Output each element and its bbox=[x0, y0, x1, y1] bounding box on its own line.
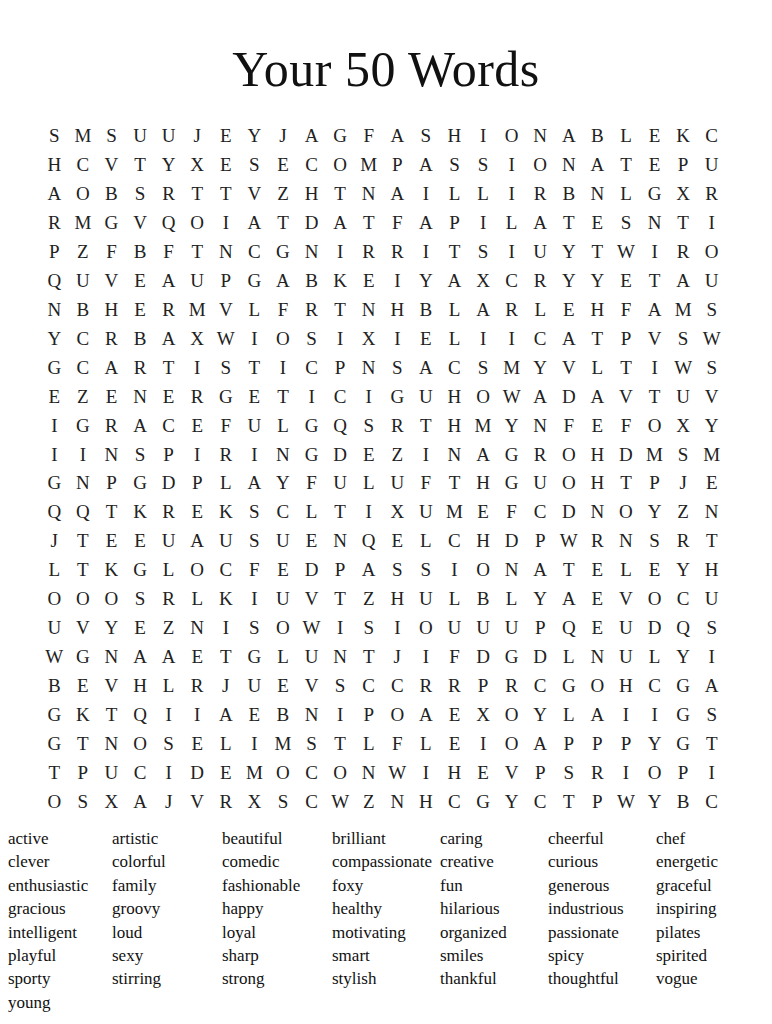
grid-cell-r22c12[interactable]: L bbox=[354, 729, 383, 758]
grid-cell-r15c21[interactable]: N bbox=[612, 527, 641, 556]
grid-cell-r20c19[interactable]: G bbox=[555, 671, 584, 700]
grid-cell-r23c7[interactable]: E bbox=[212, 758, 241, 787]
grid-cell-r3c2[interactable]: O bbox=[69, 180, 98, 209]
grid-cell-r13c4[interactable]: G bbox=[126, 469, 155, 498]
grid-cell-r16c13[interactable]: S bbox=[383, 556, 412, 585]
grid-cell-r18c7[interactable]: I bbox=[212, 614, 241, 643]
grid-cell-r4c7[interactable]: I bbox=[212, 209, 241, 238]
grid-cell-r4c15[interactable]: P bbox=[440, 209, 469, 238]
grid-cell-r2c10[interactable]: C bbox=[297, 151, 326, 180]
grid-cell-r8c12[interactable]: X bbox=[354, 324, 383, 353]
grid-cell-r24c19[interactable]: T bbox=[555, 787, 584, 816]
grid-cell-r15c12[interactable]: Q bbox=[354, 527, 383, 556]
grid-cell-r1c5[interactable]: U bbox=[154, 122, 183, 151]
grid-cell-r7c16[interactable]: A bbox=[469, 295, 498, 324]
grid-cell-r24c17[interactable]: Y bbox=[497, 787, 526, 816]
grid-cell-r13c9[interactable]: Y bbox=[269, 469, 298, 498]
grid-cell-r16c23[interactable]: Y bbox=[669, 556, 698, 585]
grid-cell-r4c8[interactable]: A bbox=[240, 209, 269, 238]
grid-cell-r22c6[interactable]: E bbox=[183, 729, 212, 758]
grid-cell-r19c22[interactable]: L bbox=[640, 642, 669, 671]
grid-cell-r13c8[interactable]: A bbox=[240, 469, 269, 498]
grid-cell-r2c8[interactable]: S bbox=[240, 151, 269, 180]
grid-cell-r12c19[interactable]: O bbox=[555, 440, 584, 469]
grid-cell-r23c6[interactable]: D bbox=[183, 758, 212, 787]
grid-cell-r14c12[interactable]: I bbox=[354, 498, 383, 527]
grid-cell-r21c16[interactable]: X bbox=[469, 700, 498, 729]
grid-cell-r12c17[interactable]: G bbox=[497, 440, 526, 469]
grid-cell-r5c6[interactable]: T bbox=[183, 238, 212, 267]
grid-cell-r14c20[interactable]: N bbox=[583, 498, 612, 527]
grid-cell-r7c4[interactable]: E bbox=[126, 295, 155, 324]
grid-cell-r22c11[interactable]: T bbox=[326, 729, 355, 758]
grid-cell-r10c3[interactable]: E bbox=[97, 382, 126, 411]
grid-cell-r11c4[interactable]: A bbox=[126, 411, 155, 440]
grid-cell-r21c12[interactable]: P bbox=[354, 700, 383, 729]
grid-cell-r23c8[interactable]: M bbox=[240, 758, 269, 787]
grid-cell-r16c18[interactable]: A bbox=[526, 556, 555, 585]
grid-cell-r9c20[interactable]: L bbox=[583, 353, 612, 382]
grid-cell-r1c1[interactable]: S bbox=[40, 122, 69, 151]
grid-cell-r22c5[interactable]: S bbox=[154, 729, 183, 758]
grid-cell-r2c15[interactable]: S bbox=[440, 151, 469, 180]
grid-cell-r6c2[interactable]: U bbox=[69, 267, 98, 296]
grid-cell-r19c15[interactable]: F bbox=[440, 642, 469, 671]
grid-cell-r11c6[interactable]: E bbox=[183, 411, 212, 440]
grid-cell-r20c20[interactable]: O bbox=[583, 671, 612, 700]
grid-cell-r12c9[interactable]: N bbox=[269, 440, 298, 469]
grid-cell-r10c19[interactable]: D bbox=[555, 382, 584, 411]
grid-cell-r13c15[interactable]: T bbox=[440, 469, 469, 498]
grid-cell-r20c17[interactable]: R bbox=[497, 671, 526, 700]
grid-cell-r13c11[interactable]: U bbox=[326, 469, 355, 498]
grid-cell-r17c24[interactable]: U bbox=[697, 585, 726, 614]
grid-cell-r15c23[interactable]: R bbox=[669, 527, 698, 556]
grid-cell-r1c15[interactable]: H bbox=[440, 122, 469, 151]
grid-cell-r20c4[interactable]: H bbox=[126, 671, 155, 700]
grid-cell-r21c9[interactable]: B bbox=[269, 700, 298, 729]
grid-cell-r14c10[interactable]: L bbox=[297, 498, 326, 527]
grid-cell-r9c14[interactable]: A bbox=[412, 353, 441, 382]
grid-cell-r14c21[interactable]: O bbox=[612, 498, 641, 527]
grid-cell-r4c19[interactable]: T bbox=[555, 209, 584, 238]
grid-cell-r11c11[interactable]: Q bbox=[326, 411, 355, 440]
grid-cell-r16c17[interactable]: N bbox=[497, 556, 526, 585]
grid-cell-r24c24[interactable]: C bbox=[697, 787, 726, 816]
grid-cell-r22c23[interactable]: G bbox=[669, 729, 698, 758]
grid-cell-r16c15[interactable]: I bbox=[440, 556, 469, 585]
grid-cell-r14c8[interactable]: S bbox=[240, 498, 269, 527]
grid-cell-r19c17[interactable]: G bbox=[497, 642, 526, 671]
grid-cell-r14c14[interactable]: U bbox=[412, 498, 441, 527]
grid-cell-r12c8[interactable]: I bbox=[240, 440, 269, 469]
grid-cell-r6c4[interactable]: E bbox=[126, 267, 155, 296]
grid-cell-r5c22[interactable]: I bbox=[640, 238, 669, 267]
grid-cell-r17c3[interactable]: O bbox=[97, 585, 126, 614]
grid-cell-r9c16[interactable]: S bbox=[469, 353, 498, 382]
grid-cell-r12c13[interactable]: Z bbox=[383, 440, 412, 469]
grid-cell-r17c6[interactable]: L bbox=[183, 585, 212, 614]
grid-cell-r10c2[interactable]: Z bbox=[69, 382, 98, 411]
grid-cell-r20c6[interactable]: R bbox=[183, 671, 212, 700]
grid-cell-r3c4[interactable]: S bbox=[126, 180, 155, 209]
grid-cell-r5c17[interactable]: I bbox=[497, 238, 526, 267]
grid-cell-r23c17[interactable]: V bbox=[497, 758, 526, 787]
grid-cell-r22c20[interactable]: P bbox=[583, 729, 612, 758]
grid-cell-r12c20[interactable]: H bbox=[583, 440, 612, 469]
grid-cell-r20c9[interactable]: E bbox=[269, 671, 298, 700]
grid-cell-r6c16[interactable]: X bbox=[469, 267, 498, 296]
grid-cell-r4c14[interactable]: A bbox=[412, 209, 441, 238]
grid-cell-r21c15[interactable]: E bbox=[440, 700, 469, 729]
grid-cell-r8c3[interactable]: R bbox=[97, 324, 126, 353]
grid-cell-r1c2[interactable]: M bbox=[69, 122, 98, 151]
grid-cell-r16c6[interactable]: O bbox=[183, 556, 212, 585]
grid-cell-r21c17[interactable]: O bbox=[497, 700, 526, 729]
grid-cell-r17c22[interactable]: O bbox=[640, 585, 669, 614]
grid-cell-r8c23[interactable]: S bbox=[669, 324, 698, 353]
grid-cell-r13c6[interactable]: P bbox=[183, 469, 212, 498]
grid-cell-r18c4[interactable]: E bbox=[126, 614, 155, 643]
grid-cell-r2c5[interactable]: Y bbox=[154, 151, 183, 180]
grid-cell-r12c5[interactable]: P bbox=[154, 440, 183, 469]
grid-cell-r17c11[interactable]: T bbox=[326, 585, 355, 614]
grid-cell-r8c13[interactable]: I bbox=[383, 324, 412, 353]
grid-cell-r6c14[interactable]: Y bbox=[412, 267, 441, 296]
grid-cell-r8c6[interactable]: X bbox=[183, 324, 212, 353]
grid-cell-r2c11[interactable]: O bbox=[326, 151, 355, 180]
grid-cell-r4c24[interactable]: I bbox=[697, 209, 726, 238]
grid-cell-r20c15[interactable]: R bbox=[440, 671, 469, 700]
grid-cell-r19c14[interactable]: I bbox=[412, 642, 441, 671]
grid-cell-r18c3[interactable]: Y bbox=[97, 614, 126, 643]
grid-cell-r22c7[interactable]: L bbox=[212, 729, 241, 758]
grid-cell-r1c21[interactable]: L bbox=[612, 122, 641, 151]
grid-cell-r3c22[interactable]: G bbox=[640, 180, 669, 209]
grid-cell-r19c23[interactable]: Y bbox=[669, 642, 698, 671]
grid-cell-r17c23[interactable]: C bbox=[669, 585, 698, 614]
grid-cell-r23c22[interactable]: O bbox=[640, 758, 669, 787]
grid-cell-r22c18[interactable]: A bbox=[526, 729, 555, 758]
grid-cell-r5c11[interactable]: I bbox=[326, 238, 355, 267]
grid-cell-r8c14[interactable]: E bbox=[412, 324, 441, 353]
grid-cell-r16c9[interactable]: E bbox=[269, 556, 298, 585]
grid-cell-r20c22[interactable]: C bbox=[640, 671, 669, 700]
grid-cell-r14c7[interactable]: K bbox=[212, 498, 241, 527]
grid-cell-r11c18[interactable]: N bbox=[526, 411, 555, 440]
grid-cell-r9c22[interactable]: I bbox=[640, 353, 669, 382]
grid-cell-r5c23[interactable]: R bbox=[669, 238, 698, 267]
grid-cell-r5c21[interactable]: W bbox=[612, 238, 641, 267]
grid-cell-r9c10[interactable]: C bbox=[297, 353, 326, 382]
grid-cell-r16c12[interactable]: A bbox=[354, 556, 383, 585]
grid-cell-r22c8[interactable]: I bbox=[240, 729, 269, 758]
grid-cell-r4c11[interactable]: A bbox=[326, 209, 355, 238]
grid-cell-r13c10[interactable]: F bbox=[297, 469, 326, 498]
grid-cell-r2c13[interactable]: P bbox=[383, 151, 412, 180]
grid-cell-r11c5[interactable]: C bbox=[154, 411, 183, 440]
grid-cell-r24c23[interactable]: B bbox=[669, 787, 698, 816]
grid-cell-r5c14[interactable]: I bbox=[412, 238, 441, 267]
grid-cell-r19c11[interactable]: N bbox=[326, 642, 355, 671]
grid-cell-r24c22[interactable]: Y bbox=[640, 787, 669, 816]
grid-cell-r18c1[interactable]: U bbox=[40, 614, 69, 643]
grid-cell-r1c7[interactable]: E bbox=[212, 122, 241, 151]
grid-cell-r17c2[interactable]: O bbox=[69, 585, 98, 614]
grid-cell-r10c17[interactable]: W bbox=[497, 382, 526, 411]
grid-cell-r17c17[interactable]: L bbox=[497, 585, 526, 614]
grid-cell-r7c10[interactable]: R bbox=[297, 295, 326, 324]
grid-cell-r13c20[interactable]: H bbox=[583, 469, 612, 498]
grid-cell-r15c24[interactable]: T bbox=[697, 527, 726, 556]
grid-cell-r16c16[interactable]: O bbox=[469, 556, 498, 585]
grid-cell-r19c18[interactable]: D bbox=[526, 642, 555, 671]
grid-cell-r5c24[interactable]: O bbox=[697, 238, 726, 267]
grid-cell-r22c3[interactable]: N bbox=[97, 729, 126, 758]
grid-cell-r12c6[interactable]: I bbox=[183, 440, 212, 469]
grid-cell-r2c20[interactable]: A bbox=[583, 151, 612, 180]
grid-cell-r3c8[interactable]: V bbox=[240, 180, 269, 209]
grid-cell-r16c4[interactable]: G bbox=[126, 556, 155, 585]
grid-cell-r18c22[interactable]: D bbox=[640, 614, 669, 643]
grid-cell-r21c21[interactable]: I bbox=[612, 700, 641, 729]
grid-cell-r22c9[interactable]: M bbox=[269, 729, 298, 758]
grid-cell-r4c21[interactable]: S bbox=[612, 209, 641, 238]
grid-cell-r19c13[interactable]: J bbox=[383, 642, 412, 671]
grid-cell-r7c6[interactable]: M bbox=[183, 295, 212, 324]
grid-cell-r7c9[interactable]: F bbox=[269, 295, 298, 324]
grid-cell-r17c8[interactable]: I bbox=[240, 585, 269, 614]
grid-cell-r6c22[interactable]: T bbox=[640, 267, 669, 296]
grid-cell-r22c14[interactable]: L bbox=[412, 729, 441, 758]
grid-cell-r9c7[interactable]: S bbox=[212, 353, 241, 382]
grid-cell-r17c21[interactable]: V bbox=[612, 585, 641, 614]
grid-cell-r22c2[interactable]: T bbox=[69, 729, 98, 758]
grid-cell-r5c15[interactable]: T bbox=[440, 238, 469, 267]
grid-cell-r3c21[interactable]: L bbox=[612, 180, 641, 209]
grid-cell-r23c11[interactable]: O bbox=[326, 758, 355, 787]
grid-cell-r2c1[interactable]: H bbox=[40, 151, 69, 180]
grid-cell-r20c2[interactable]: E bbox=[69, 671, 98, 700]
grid-cell-r4c3[interactable]: G bbox=[97, 209, 126, 238]
grid-cell-r2c14[interactable]: A bbox=[412, 151, 441, 180]
grid-cell-r13c13[interactable]: U bbox=[383, 469, 412, 498]
grid-cell-r23c14[interactable]: I bbox=[412, 758, 441, 787]
grid-cell-r24c16[interactable]: G bbox=[469, 787, 498, 816]
grid-cell-r10c12[interactable]: I bbox=[354, 382, 383, 411]
grid-cell-r10c13[interactable]: G bbox=[383, 382, 412, 411]
grid-cell-r17c9[interactable]: U bbox=[269, 585, 298, 614]
grid-cell-r18c21[interactable]: U bbox=[612, 614, 641, 643]
grid-cell-r19c2[interactable]: G bbox=[69, 642, 98, 671]
grid-cell-r21c2[interactable]: K bbox=[69, 700, 98, 729]
grid-cell-r5c8[interactable]: C bbox=[240, 238, 269, 267]
grid-cell-r1c14[interactable]: S bbox=[412, 122, 441, 151]
grid-cell-r23c2[interactable]: P bbox=[69, 758, 98, 787]
grid-cell-r24c7[interactable]: R bbox=[212, 787, 241, 816]
grid-cell-r15c4[interactable]: E bbox=[126, 527, 155, 556]
grid-cell-r2c21[interactable]: T bbox=[612, 151, 641, 180]
grid-cell-r6c3[interactable]: V bbox=[97, 267, 126, 296]
grid-cell-r5c7[interactable]: N bbox=[212, 238, 241, 267]
grid-cell-r5c20[interactable]: T bbox=[583, 238, 612, 267]
grid-cell-r9c1[interactable]: G bbox=[40, 353, 69, 382]
grid-cell-r13c12[interactable]: L bbox=[354, 469, 383, 498]
grid-cell-r13c19[interactable]: O bbox=[555, 469, 584, 498]
grid-cell-r3c12[interactable]: N bbox=[354, 180, 383, 209]
grid-cell-r16c20[interactable]: E bbox=[583, 556, 612, 585]
grid-cell-r9c5[interactable]: T bbox=[154, 353, 183, 382]
grid-cell-r10c24[interactable]: V bbox=[697, 382, 726, 411]
grid-cell-r22c16[interactable]: I bbox=[469, 729, 498, 758]
grid-cell-r17c12[interactable]: Z bbox=[354, 585, 383, 614]
grid-cell-r6c10[interactable]: B bbox=[297, 267, 326, 296]
grid-cell-r12c23[interactable]: S bbox=[669, 440, 698, 469]
grid-cell-r15c17[interactable]: D bbox=[497, 527, 526, 556]
grid-cell-r17c15[interactable]: L bbox=[440, 585, 469, 614]
grid-cell-r7c19[interactable]: E bbox=[555, 295, 584, 324]
grid-cell-r20c7[interactable]: J bbox=[212, 671, 241, 700]
grid-cell-r15c5[interactable]: U bbox=[154, 527, 183, 556]
grid-cell-r23c13[interactable]: W bbox=[383, 758, 412, 787]
grid-cell-r16c21[interactable]: L bbox=[612, 556, 641, 585]
grid-cell-r7c8[interactable]: L bbox=[240, 295, 269, 324]
grid-cell-r16c8[interactable]: F bbox=[240, 556, 269, 585]
grid-cell-r14c9[interactable]: C bbox=[269, 498, 298, 527]
grid-cell-r16c24[interactable]: H bbox=[697, 556, 726, 585]
grid-cell-r12c10[interactable]: G bbox=[297, 440, 326, 469]
grid-cell-r5c16[interactable]: S bbox=[469, 238, 498, 267]
grid-cell-r2c7[interactable]: E bbox=[212, 151, 241, 180]
grid-cell-r8c20[interactable]: T bbox=[583, 324, 612, 353]
grid-cell-r14c4[interactable]: K bbox=[126, 498, 155, 527]
grid-cell-r9c13[interactable]: S bbox=[383, 353, 412, 382]
grid-cell-r1c23[interactable]: K bbox=[669, 122, 698, 151]
grid-cell-r21c5[interactable]: I bbox=[154, 700, 183, 729]
grid-cell-r24c8[interactable]: X bbox=[240, 787, 269, 816]
grid-cell-r10c14[interactable]: U bbox=[412, 382, 441, 411]
grid-cell-r16c1[interactable]: L bbox=[40, 556, 69, 585]
grid-cell-r12c2[interactable]: I bbox=[69, 440, 98, 469]
grid-cell-r10c22[interactable]: T bbox=[640, 382, 669, 411]
grid-cell-r18c17[interactable]: U bbox=[497, 614, 526, 643]
grid-cell-r19c5[interactable]: A bbox=[154, 642, 183, 671]
grid-cell-r22c24[interactable]: T bbox=[697, 729, 726, 758]
grid-cell-r13c17[interactable]: G bbox=[497, 469, 526, 498]
grid-cell-r6c7[interactable]: P bbox=[212, 267, 241, 296]
grid-cell-r15c14[interactable]: L bbox=[412, 527, 441, 556]
grid-cell-r16c22[interactable]: E bbox=[640, 556, 669, 585]
grid-cell-r23c9[interactable]: O bbox=[269, 758, 298, 787]
grid-cell-r21c13[interactable]: O bbox=[383, 700, 412, 729]
grid-cell-r4c17[interactable]: L bbox=[497, 209, 526, 238]
grid-cell-r14c3[interactable]: T bbox=[97, 498, 126, 527]
grid-cell-r23c16[interactable]: E bbox=[469, 758, 498, 787]
grid-cell-r6c9[interactable]: A bbox=[269, 267, 298, 296]
grid-cell-r1c18[interactable]: N bbox=[526, 122, 555, 151]
grid-cell-r24c3[interactable]: X bbox=[97, 787, 126, 816]
grid-cell-r15c3[interactable]: E bbox=[97, 527, 126, 556]
grid-cell-r11c19[interactable]: F bbox=[555, 411, 584, 440]
grid-cell-r6c5[interactable]: A bbox=[154, 267, 183, 296]
grid-cell-r8c24[interactable]: W bbox=[697, 324, 726, 353]
grid-cell-r9c4[interactable]: R bbox=[126, 353, 155, 382]
grid-cell-r19c4[interactable]: A bbox=[126, 642, 155, 671]
grid-cell-r20c14[interactable]: R bbox=[412, 671, 441, 700]
grid-cell-r3c19[interactable]: B bbox=[555, 180, 584, 209]
grid-cell-r18c5[interactable]: Z bbox=[154, 614, 183, 643]
grid-cell-r3c5[interactable]: R bbox=[154, 180, 183, 209]
grid-cell-r1c6[interactable]: J bbox=[183, 122, 212, 151]
grid-cell-r10c1[interactable]: E bbox=[40, 382, 69, 411]
grid-cell-r16c5[interactable]: L bbox=[154, 556, 183, 585]
grid-cell-r23c5[interactable]: I bbox=[154, 758, 183, 787]
grid-cell-r4c23[interactable]: T bbox=[669, 209, 698, 238]
grid-cell-r20c8[interactable]: U bbox=[240, 671, 269, 700]
grid-cell-r7c15[interactable]: L bbox=[440, 295, 469, 324]
grid-cell-r19c16[interactable]: D bbox=[469, 642, 498, 671]
grid-cell-r6c1[interactable]: Q bbox=[40, 267, 69, 296]
grid-cell-r6c23[interactable]: A bbox=[669, 267, 698, 296]
grid-cell-r3c6[interactable]: T bbox=[183, 180, 212, 209]
grid-cell-r3c3[interactable]: B bbox=[97, 180, 126, 209]
grid-cell-r17c4[interactable]: S bbox=[126, 585, 155, 614]
grid-cell-r11c23[interactable]: X bbox=[669, 411, 698, 440]
grid-cell-r7c7[interactable]: V bbox=[212, 295, 241, 324]
grid-cell-r21c4[interactable]: Q bbox=[126, 700, 155, 729]
grid-cell-r19c21[interactable]: U bbox=[612, 642, 641, 671]
grid-cell-r1c4[interactable]: U bbox=[126, 122, 155, 151]
grid-cell-r11c3[interactable]: R bbox=[97, 411, 126, 440]
grid-cell-r8c8[interactable]: I bbox=[240, 324, 269, 353]
grid-cell-r15c11[interactable]: N bbox=[326, 527, 355, 556]
grid-cell-r22c13[interactable]: F bbox=[383, 729, 412, 758]
grid-cell-r3c9[interactable]: Z bbox=[269, 180, 298, 209]
grid-cell-r17c14[interactable]: U bbox=[412, 585, 441, 614]
grid-cell-r6c21[interactable]: E bbox=[612, 267, 641, 296]
grid-cell-r9c23[interactable]: W bbox=[669, 353, 698, 382]
grid-cell-r20c13[interactable]: C bbox=[383, 671, 412, 700]
grid-cell-r7c24[interactable]: S bbox=[697, 295, 726, 324]
grid-cell-r24c20[interactable]: P bbox=[583, 787, 612, 816]
grid-cell-r2c3[interactable]: V bbox=[97, 151, 126, 180]
grid-cell-r15c19[interactable]: W bbox=[555, 527, 584, 556]
grid-cell-r19c20[interactable]: N bbox=[583, 642, 612, 671]
grid-cell-r13c16[interactable]: H bbox=[469, 469, 498, 498]
grid-cell-r6c13[interactable]: I bbox=[383, 267, 412, 296]
grid-cell-r3c15[interactable]: L bbox=[440, 180, 469, 209]
grid-cell-r10c8[interactable]: E bbox=[240, 382, 269, 411]
grid-cell-r24c1[interactable]: O bbox=[40, 787, 69, 816]
grid-cell-r13c1[interactable]: G bbox=[40, 469, 69, 498]
grid-cell-r19c19[interactable]: L bbox=[555, 642, 584, 671]
grid-cell-r9c6[interactable]: I bbox=[183, 353, 212, 382]
grid-cell-r24c6[interactable]: V bbox=[183, 787, 212, 816]
grid-cell-r18c14[interactable]: O bbox=[412, 614, 441, 643]
grid-cell-r18c23[interactable]: Q bbox=[669, 614, 698, 643]
grid-cell-r15c9[interactable]: U bbox=[269, 527, 298, 556]
grid-cell-r7c23[interactable]: M bbox=[669, 295, 698, 324]
grid-cell-r18c15[interactable]: U bbox=[440, 614, 469, 643]
grid-cell-r22c4[interactable]: O bbox=[126, 729, 155, 758]
grid-cell-r1c9[interactable]: J bbox=[269, 122, 298, 151]
grid-cell-r13c14[interactable]: F bbox=[412, 469, 441, 498]
grid-cell-r23c3[interactable]: U bbox=[97, 758, 126, 787]
grid-cell-r4c6[interactable]: O bbox=[183, 209, 212, 238]
grid-cell-r21c19[interactable]: L bbox=[555, 700, 584, 729]
grid-cell-r5c5[interactable]: F bbox=[154, 238, 183, 267]
grid-cell-r6c6[interactable]: U bbox=[183, 267, 212, 296]
